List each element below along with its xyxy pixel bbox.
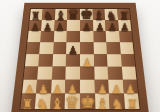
square-b5[interactable]	[40, 42, 54, 54]
square-h8[interactable]: ♜	[117, 9, 130, 20]
square-d5[interactable]: ♟	[66, 42, 79, 54]
square-h1[interactable]: ♜	[124, 93, 140, 109]
square-c8[interactable]: ♝	[55, 9, 68, 20]
black-pawn-piece[interactable]: ♟	[95, 22, 104, 32]
square-e8[interactable]: ♚	[80, 9, 93, 20]
photo-backdrop: ♜♞♝♛♚♝♞♜♟♟♟♟♟♟♟♟♟♟♟♟♟♟♟♟♜♞♝♛♚♝♞♜	[0, 0, 160, 112]
black-pawn-piece[interactable]: ♟	[56, 22, 65, 32]
square-b4[interactable]	[39, 54, 53, 66]
white-pawn-piece[interactable]: ♟	[24, 84, 35, 96]
square-f1[interactable]: ♝	[95, 93, 110, 109]
square-g5[interactable]	[107, 42, 121, 54]
square-b8[interactable]: ♞	[42, 9, 55, 20]
black-king-piece[interactable]: ♚	[80, 7, 93, 22]
square-h6[interactable]	[119, 31, 133, 42]
square-a3[interactable]	[24, 67, 39, 80]
white-pawn-piece[interactable]: ♟	[125, 84, 136, 96]
square-b6[interactable]	[40, 31, 54, 42]
square-b2[interactable]: ♟	[36, 80, 51, 94]
black-pawn-piece[interactable]: ♟	[68, 45, 78, 56]
square-h4[interactable]	[120, 54, 135, 66]
square-a4[interactable]	[25, 54, 40, 66]
square-b1[interactable]: ♞	[35, 93, 51, 109]
white-pawn-piece[interactable]: ♟	[82, 57, 92, 68]
black-pawn-piece[interactable]: ♟	[43, 22, 52, 32]
white-bishop-piece[interactable]: ♝	[96, 96, 110, 112]
square-e7[interactable]: ♟	[80, 20, 94, 31]
white-knight-piece[interactable]: ♞	[111, 97, 124, 111]
square-h7[interactable]: ♟	[118, 20, 132, 31]
square-d6[interactable]	[66, 31, 79, 42]
square-c7[interactable]: ♟	[54, 20, 67, 31]
black-queen-piece[interactable]: ♛	[67, 8, 80, 22]
square-g8[interactable]: ♞	[105, 9, 118, 20]
square-d8[interactable]: ♛	[67, 9, 80, 20]
square-b3[interactable]	[38, 67, 53, 80]
square-d7[interactable]	[67, 20, 80, 31]
square-d3[interactable]	[65, 67, 79, 80]
square-g1[interactable]: ♞	[109, 93, 125, 109]
square-d4[interactable]	[66, 54, 80, 66]
black-knight-piece[interactable]: ♞	[43, 10, 54, 22]
square-h3[interactable]	[121, 67, 136, 80]
white-pawn-piece[interactable]: ♟	[111, 84, 122, 96]
black-pawn-piece[interactable]: ♟	[108, 22, 117, 32]
square-c1[interactable]: ♝	[50, 93, 65, 109]
black-knight-piece[interactable]: ♞	[106, 10, 117, 22]
square-e4[interactable]: ♟	[80, 54, 95, 66]
square-h2[interactable]: ♟	[122, 80, 137, 94]
square-g4[interactable]	[107, 54, 121, 66]
square-d2[interactable]: ♟	[65, 80, 79, 94]
square-a2[interactable]: ♟	[22, 80, 37, 94]
square-c5[interactable]	[53, 42, 67, 54]
square-a5[interactable]	[26, 42, 40, 54]
white-king-piece[interactable]: ♚	[80, 94, 96, 112]
square-a6[interactable]	[27, 31, 41, 42]
square-c4[interactable]	[52, 54, 66, 66]
square-c3[interactable]	[52, 67, 66, 80]
square-a8[interactable]: ♜	[30, 9, 43, 20]
black-bishop-piece[interactable]: ♝	[93, 9, 105, 22]
white-knight-piece[interactable]: ♞	[36, 97, 49, 111]
black-pawn-piece[interactable]: ♟	[30, 22, 39, 32]
chess-board: ♜♞♝♛♚♝♞♜♟♟♟♟♟♟♟♟♟♟♟♟♟♟♟♟♜♞♝♛♚♝♞♜	[10, 3, 150, 112]
square-e6[interactable]	[80, 31, 94, 42]
square-b7[interactable]: ♟	[41, 20, 54, 31]
black-rook-piece[interactable]: ♜	[119, 11, 129, 22]
square-g2[interactable]: ♟	[108, 80, 123, 94]
square-g6[interactable]	[106, 31, 120, 42]
square-f4[interactable]	[94, 54, 108, 66]
square-f5[interactable]	[94, 42, 108, 54]
square-d1[interactable]: ♛	[65, 93, 80, 109]
black-bishop-piece[interactable]: ♝	[55, 9, 67, 22]
square-f7[interactable]: ♟	[93, 20, 106, 31]
white-pawn-piece[interactable]: ♟	[38, 84, 49, 96]
white-queen-piece[interactable]: ♛	[65, 95, 80, 112]
square-e3[interactable]	[80, 67, 95, 80]
square-g7[interactable]: ♟	[105, 20, 118, 31]
black-pawn-piece[interactable]: ♟	[120, 22, 129, 32]
square-a1[interactable]: ♜	[21, 93, 37, 109]
black-rook-piece[interactable]: ♜	[31, 11, 41, 22]
square-f6[interactable]	[93, 31, 106, 42]
square-f8[interactable]: ♝	[93, 9, 106, 20]
board-grid: ♜♞♝♛♚♝♞♜♟♟♟♟♟♟♟♟♟♟♟♟♟♟♟♟♜♞♝♛♚♝♞♜	[19, 8, 140, 110]
square-f3[interactable]	[94, 67, 108, 80]
white-rook-piece[interactable]: ♜	[22, 98, 34, 111]
black-pawn-piece[interactable]: ♟	[82, 22, 91, 32]
white-rook-piece[interactable]: ♜	[126, 98, 138, 111]
square-h5[interactable]	[120, 42, 134, 54]
white-bishop-piece[interactable]: ♝	[50, 96, 64, 112]
square-c6[interactable]	[53, 31, 66, 42]
square-f2[interactable]: ♟	[95, 80, 110, 94]
square-e1[interactable]: ♚	[80, 93, 96, 109]
square-e5[interactable]	[80, 42, 94, 54]
square-g3[interactable]	[108, 67, 123, 80]
square-c2[interactable]: ♟	[51, 80, 66, 94]
square-a7[interactable]: ♟	[29, 20, 43, 31]
